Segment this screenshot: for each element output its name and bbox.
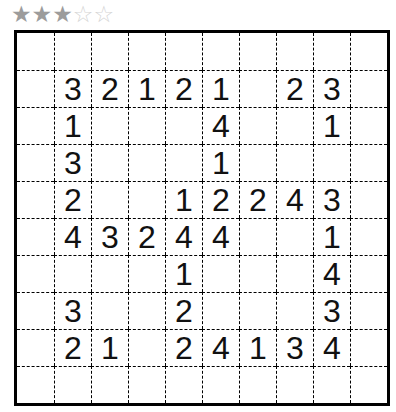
grid-cell[interactable] — [91, 107, 128, 144]
grid-cell-clue: 3 — [91, 218, 128, 255]
grid-cell[interactable] — [17, 33, 54, 70]
grid-cell[interactable] — [239, 366, 276, 403]
grid-cell-clue: 2 — [165, 70, 202, 107]
grid-cell-clue: 3 — [54, 144, 91, 181]
grid-cell-clue: 2 — [54, 181, 91, 218]
grid-cell[interactable] — [239, 33, 276, 70]
grid-cell-clue: 1 — [128, 70, 165, 107]
grid-cell[interactable] — [128, 292, 165, 329]
grid-cell[interactable] — [276, 366, 313, 403]
grid-cell[interactable] — [202, 255, 239, 292]
grid-cell-clue: 1 — [239, 329, 276, 366]
grid-cell[interactable] — [276, 144, 313, 181]
grid-cell-clue: 3 — [313, 292, 350, 329]
grid-cell-clue: 2 — [128, 218, 165, 255]
grid-cell-clue: 1 — [165, 255, 202, 292]
grid-cell-clue: 3 — [276, 329, 313, 366]
grid-cell[interactable] — [128, 329, 165, 366]
puzzle-grid: 321212314131212243432441143232124134 — [14, 30, 390, 406]
grid-cell[interactable] — [350, 329, 387, 366]
grid-cell-clue: 2 — [276, 70, 313, 107]
grid-cell-clue: 4 — [202, 218, 239, 255]
grid-cell[interactable] — [91, 33, 128, 70]
grid-cell[interactable] — [350, 144, 387, 181]
grid-cell[interactable] — [239, 255, 276, 292]
grid-cell[interactable] — [128, 366, 165, 403]
grid-cell-clue: 1 — [54, 107, 91, 144]
grid-cell-clue: 4 — [202, 107, 239, 144]
grid-cell[interactable] — [202, 33, 239, 70]
grid-cell[interactable] — [91, 181, 128, 218]
grid-cell-clue: 2 — [239, 181, 276, 218]
grid-cell-clue: 4 — [313, 255, 350, 292]
grid-cell[interactable] — [17, 218, 54, 255]
difficulty-rating: ★★★☆☆ — [11, 1, 114, 27]
grid-cell-clue: 4 — [202, 329, 239, 366]
grid-cell-clue: 2 — [165, 329, 202, 366]
grid-cell[interactable] — [17, 107, 54, 144]
grid-cell[interactable] — [202, 292, 239, 329]
grid-cell[interactable] — [91, 255, 128, 292]
grid-cell[interactable] — [17, 292, 54, 329]
grid-cell[interactable] — [165, 366, 202, 403]
grid-cell[interactable] — [91, 292, 128, 329]
grid-cell[interactable] — [165, 107, 202, 144]
grid-cell-clue: 3 — [313, 70, 350, 107]
grid-cell[interactable] — [313, 33, 350, 70]
grid-cell[interactable] — [17, 70, 54, 107]
grid-cell[interactable] — [54, 33, 91, 70]
grid-cell-clue: 1 — [202, 70, 239, 107]
grid-cell[interactable] — [350, 181, 387, 218]
grid-cell-clue: 2 — [91, 70, 128, 107]
grid-cell[interactable] — [239, 70, 276, 107]
grid-cell[interactable] — [350, 292, 387, 329]
grid-cell[interactable] — [17, 144, 54, 181]
grid-cell[interactable] — [17, 366, 54, 403]
grid-cell[interactable] — [276, 107, 313, 144]
grid-cell[interactable] — [128, 107, 165, 144]
grid-cell[interactable] — [17, 329, 54, 366]
grid-cell-clue: 3 — [54, 292, 91, 329]
grid-cell[interactable] — [350, 33, 387, 70]
grid-cell[interactable] — [17, 181, 54, 218]
grid-cell-clue: 1 — [91, 329, 128, 366]
grid-cell[interactable] — [276, 292, 313, 329]
grid-cell[interactable] — [17, 255, 54, 292]
grid-cell-clue: 1 — [165, 181, 202, 218]
grid-cell[interactable] — [91, 366, 128, 403]
star-filled-icons: ★★★ — [11, 1, 73, 27]
grid-cell[interactable] — [350, 70, 387, 107]
star-empty-icons: ☆☆ — [73, 1, 114, 27]
grid-cell-clue: 1 — [313, 218, 350, 255]
grid-cell-clue: 2 — [54, 329, 91, 366]
grid-cell[interactable] — [165, 33, 202, 70]
grid-cell[interactable] — [350, 218, 387, 255]
grid-cell[interactable] — [91, 144, 128, 181]
grid-cell[interactable] — [128, 255, 165, 292]
grid-cell-clue: 4 — [165, 218, 202, 255]
puzzle-page: ★★★☆☆ 3212123141312122434324411432321241… — [0, 0, 396, 412]
grid-cell-clue: 4 — [313, 329, 350, 366]
grid-cell-clue: 2 — [202, 181, 239, 218]
grid-cell[interactable] — [239, 292, 276, 329]
grid-cell[interactable] — [239, 107, 276, 144]
grid-cell[interactable] — [350, 366, 387, 403]
grid-cell[interactable] — [350, 107, 387, 144]
grid-cell[interactable] — [128, 33, 165, 70]
grid-cell-clue: 3 — [313, 181, 350, 218]
grid-cell-clue: 2 — [165, 292, 202, 329]
grid-cell-clue: 4 — [54, 218, 91, 255]
grid-cell[interactable] — [54, 255, 91, 292]
grid-cell[interactable] — [276, 218, 313, 255]
grid-cell-clue: 3 — [54, 70, 91, 107]
grid-cell[interactable] — [128, 181, 165, 218]
grid-cell-clue: 4 — [276, 181, 313, 218]
grid-cell-clue: 1 — [202, 144, 239, 181]
grid-cell[interactable] — [276, 33, 313, 70]
grid-cell[interactable] — [313, 144, 350, 181]
grid-cell[interactable] — [350, 255, 387, 292]
grid-cell[interactable] — [165, 144, 202, 181]
grid-cell[interactable] — [239, 144, 276, 181]
grid-cell[interactable] — [128, 144, 165, 181]
grid-cell[interactable] — [54, 366, 91, 403]
grid-cell[interactable] — [276, 255, 313, 292]
grid-cell-clue: 1 — [313, 107, 350, 144]
grid-cell[interactable] — [202, 366, 239, 403]
grid-cell[interactable] — [239, 218, 276, 255]
grid-cell[interactable] — [313, 366, 350, 403]
